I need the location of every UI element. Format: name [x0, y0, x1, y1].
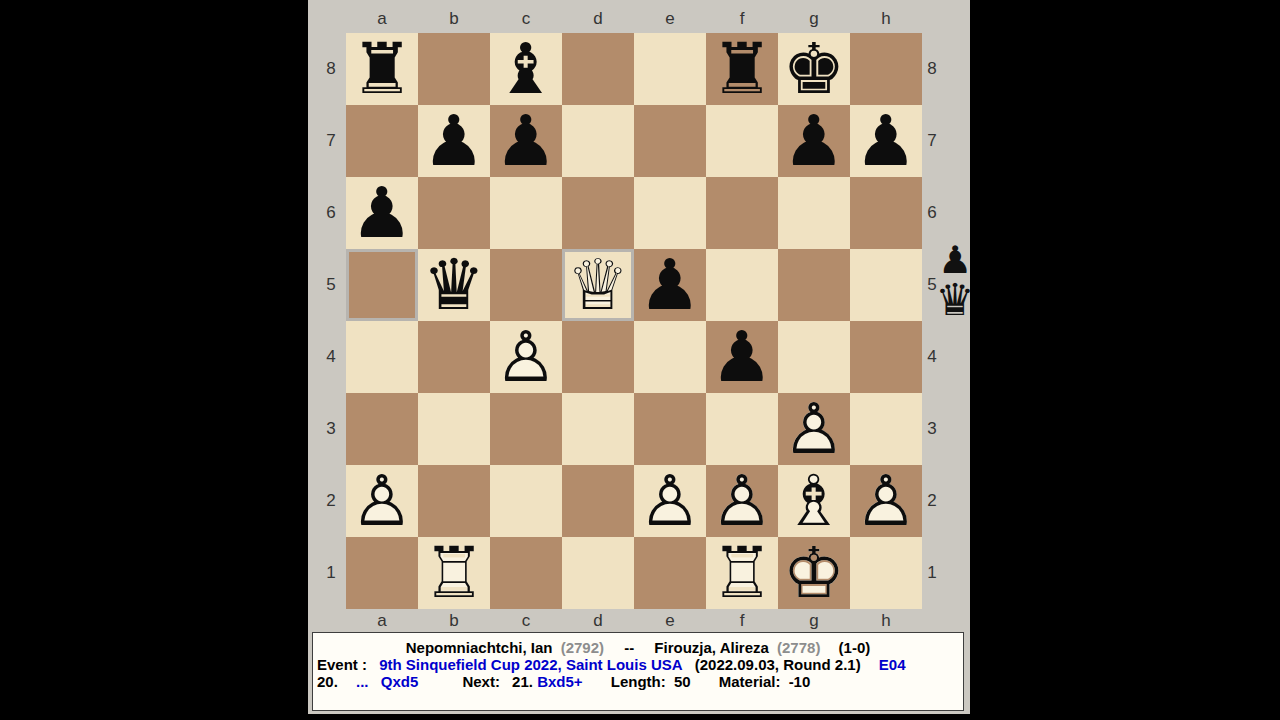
square-f2[interactable]: ♟♙ — [706, 465, 778, 537]
square-b7[interactable]: ♟ — [418, 105, 490, 177]
chess-board[interactable]: ♜♝♜♚♟♟♟♟♟♛♛♕♟♟♙♟♟♙♟♙♟♙♟♙♝♗♟♙♜♖♜♖♚♔ — [346, 33, 922, 609]
rank-label-5: 5 — [321, 249, 341, 321]
rank-label-8: 8 — [321, 33, 341, 105]
black-king[interactable]: ♚ — [778, 33, 850, 105]
square-c8[interactable]: ♝ — [490, 33, 562, 105]
material-advantage-tray: ♟♛ — [936, 242, 974, 320]
rank-labels-left: 87654321 — [321, 33, 341, 609]
square-b3[interactable] — [418, 393, 490, 465]
rank-label-4: 4 — [922, 321, 942, 393]
square-f8[interactable]: ♜ — [706, 33, 778, 105]
square-e5[interactable]: ♟ — [634, 249, 706, 321]
white-bishop[interactable]: ♝♗ — [778, 465, 850, 537]
square-a6[interactable]: ♟ — [346, 177, 418, 249]
square-h6[interactable] — [850, 177, 922, 249]
next-move-number: 21. — [512, 673, 533, 690]
eco-code[interactable]: E04 — [879, 656, 906, 673]
square-f4[interactable]: ♟ — [706, 321, 778, 393]
square-c3[interactable] — [490, 393, 562, 465]
black-pawn[interactable]: ♟ — [850, 105, 922, 177]
square-d8[interactable] — [562, 33, 634, 105]
square-h7[interactable]: ♟ — [850, 105, 922, 177]
square-a5[interactable] — [346, 249, 418, 321]
square-d7[interactable] — [562, 105, 634, 177]
players-separator: -- — [624, 639, 634, 656]
file-label-c: c — [490, 610, 562, 632]
white-player-name: Nepomniachtchi, Ian — [406, 639, 553, 656]
rank-label-3: 3 — [321, 393, 341, 465]
square-e7[interactable] — [634, 105, 706, 177]
black-player-name: Firouzja, Alireza — [654, 639, 768, 656]
event-label: Event : — [317, 656, 367, 673]
square-c5[interactable] — [490, 249, 562, 321]
square-g2[interactable]: ♝♗ — [778, 465, 850, 537]
black-pawn[interactable]: ♟ — [634, 249, 706, 321]
square-e3[interactable] — [634, 393, 706, 465]
event-line: Event : 9th Sinquefield Cup 2022, Saint … — [313, 657, 963, 673]
rank-label-8: 8 — [922, 33, 942, 105]
square-g5[interactable] — [778, 249, 850, 321]
square-b1[interactable]: ♜♖ — [418, 537, 490, 609]
square-b2[interactable] — [418, 465, 490, 537]
square-c6[interactable] — [490, 177, 562, 249]
square-h3[interactable] — [850, 393, 922, 465]
square-c2[interactable] — [490, 465, 562, 537]
square-h1[interactable] — [850, 537, 922, 609]
square-g4[interactable] — [778, 321, 850, 393]
square-c7[interactable]: ♟ — [490, 105, 562, 177]
black-rook[interactable]: ♜ — [706, 33, 778, 105]
black-rook[interactable]: ♜ — [346, 33, 418, 105]
rank-label-2: 2 — [922, 465, 942, 537]
black-pawn[interactable]: ♟ — [706, 321, 778, 393]
square-d1[interactable] — [562, 537, 634, 609]
black-pawn[interactable]: ♟ — [418, 105, 490, 177]
rank-label-2: 2 — [321, 465, 341, 537]
white-pawn[interactable]: ♟♙ — [706, 465, 778, 537]
white-pawn[interactable]: ♟♙ — [346, 465, 418, 537]
white-pawn[interactable]: ♟♙ — [778, 393, 850, 465]
white-player-elo: (2792) — [561, 639, 604, 656]
file-label-a: a — [346, 610, 418, 632]
file-label-d: d — [562, 610, 634, 632]
square-e8[interactable] — [634, 33, 706, 105]
square-b4[interactable] — [418, 321, 490, 393]
square-d2[interactable] — [562, 465, 634, 537]
black-pawn[interactable]: ♟ — [490, 105, 562, 177]
material-label: Material: — [719, 673, 781, 690]
white-pawn[interactable]: ♟♙ — [850, 465, 922, 537]
square-f7[interactable] — [706, 105, 778, 177]
square-a2[interactable]: ♟♙ — [346, 465, 418, 537]
square-b6[interactable] — [418, 177, 490, 249]
square-h2[interactable]: ♟♙ — [850, 465, 922, 537]
rank-label-7: 7 — [922, 105, 942, 177]
square-f1[interactable]: ♜♖ — [706, 537, 778, 609]
players-line: Nepomniachtchi, Ian (2792) -- Firouzja, … — [313, 640, 963, 656]
black-player-elo: (2778) — [777, 639, 820, 656]
black-queen[interactable]: ♛ — [418, 249, 490, 321]
square-g3[interactable]: ♟♙ — [778, 393, 850, 465]
square-d6[interactable] — [562, 177, 634, 249]
game-info-panel: Nepomniachtchi, Ian (2792) -- Firouzja, … — [312, 632, 964, 711]
square-e1[interactable] — [634, 537, 706, 609]
square-c4[interactable]: ♟♙ — [490, 321, 562, 393]
video-frame: abcdefgh abcdefgh 87654321 87654321 ♜♝♜♚… — [0, 0, 1280, 720]
square-g7[interactable]: ♟ — [778, 105, 850, 177]
square-b8[interactable] — [418, 33, 490, 105]
rank-label-7: 7 — [321, 105, 341, 177]
next-move-san[interactable]: Bxd5+ — [537, 673, 582, 690]
next-label: Next: — [462, 673, 500, 690]
event-date-round: (2022.09.03, Round 2.1) — [695, 656, 861, 673]
chess-viewer-background: abcdefgh abcdefgh 87654321 87654321 ♜♝♜♚… — [308, 0, 970, 714]
square-h5[interactable] — [850, 249, 922, 321]
file-label-h: h — [850, 7, 922, 31]
event-name[interactable]: 9th Sinquefield Cup 2022, Saint Louis US… — [379, 656, 682, 673]
current-move-san[interactable]: Qxd5 — [381, 673, 419, 690]
black-pawn[interactable]: ♟ — [346, 177, 418, 249]
square-e4[interactable] — [634, 321, 706, 393]
file-label-e: e — [634, 7, 706, 31]
white-rook[interactable]: ♜♖ — [418, 537, 490, 609]
white-rook[interactable]: ♜♖ — [706, 537, 778, 609]
file-label-d: d — [562, 7, 634, 31]
square-g1[interactable]: ♚♔ — [778, 537, 850, 609]
white-queen[interactable]: ♛♕ — [562, 249, 634, 321]
rank-label-3: 3 — [922, 393, 942, 465]
move-number: 20. — [317, 673, 338, 690]
square-f5[interactable] — [706, 249, 778, 321]
game-result: (1-0) — [839, 639, 871, 656]
file-label-h: h — [850, 610, 922, 632]
square-c1[interactable] — [490, 537, 562, 609]
square-a4[interactable] — [346, 321, 418, 393]
rank-label-1: 1 — [922, 537, 942, 609]
square-b5[interactable]: ♛ — [418, 249, 490, 321]
square-e2[interactable]: ♟♙ — [634, 465, 706, 537]
square-g8[interactable]: ♚ — [778, 33, 850, 105]
file-label-b: b — [418, 7, 490, 31]
black-pawn[interactable]: ♟ — [778, 105, 850, 177]
square-a8[interactable]: ♜ — [346, 33, 418, 105]
length-label: Length: — [611, 673, 666, 690]
tray-black-queen-icon: ♛ — [936, 278, 974, 320]
square-a7[interactable] — [346, 105, 418, 177]
black-bishop[interactable]: ♝ — [490, 33, 562, 105]
rank-label-1: 1 — [321, 537, 341, 609]
white-king[interactable]: ♚♔ — [778, 537, 850, 609]
square-g6[interactable] — [778, 177, 850, 249]
move-ellipsis: ... — [356, 673, 369, 690]
move-line: 20. ... Qxd5 Next: 21. Bxd5+ Length: 50 … — [313, 674, 963, 690]
square-e6[interactable] — [634, 177, 706, 249]
square-d4[interactable] — [562, 321, 634, 393]
square-a1[interactable] — [346, 537, 418, 609]
file-label-e: e — [634, 610, 706, 632]
square-f6[interactable] — [706, 177, 778, 249]
material-value: -10 — [789, 673, 811, 690]
rank-label-4: 4 — [321, 321, 341, 393]
square-h4[interactable] — [850, 321, 922, 393]
square-d5[interactable]: ♛♕ — [562, 249, 634, 321]
square-h8[interactable] — [850, 33, 922, 105]
white-pawn[interactable]: ♟♙ — [634, 465, 706, 537]
length-value: 50 — [674, 673, 691, 690]
square-f3[interactable] — [706, 393, 778, 465]
square-d3[interactable] — [562, 393, 634, 465]
white-pawn[interactable]: ♟♙ — [490, 321, 562, 393]
rank-label-6: 6 — [321, 177, 341, 249]
square-a3[interactable] — [346, 393, 418, 465]
